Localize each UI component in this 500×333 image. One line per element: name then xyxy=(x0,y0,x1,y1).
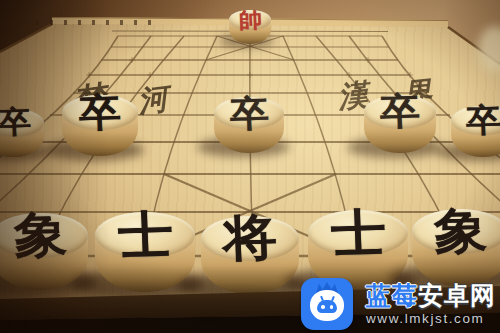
piece-black-soldier-file3[interactable]: 卒 xyxy=(62,95,138,156)
piece-character: 象 xyxy=(433,206,488,256)
xiangqi-photo: 楚 河 漢 界 帥卒卒卒卒卒象士将士象 蓝莓安卓网 www.lmkjst.com xyxy=(0,0,500,333)
piece-black-soldier-file9[interactable]: 卒 xyxy=(451,106,500,157)
piece-black-soldier-file7[interactable]: 卒 xyxy=(364,95,436,153)
piece-top-face: 士 xyxy=(308,210,408,256)
piece-character: 卒 xyxy=(229,95,269,132)
piece-top-face: 将 xyxy=(201,216,299,261)
piece-character: 士 xyxy=(117,209,174,261)
piece-character: 象 xyxy=(13,210,68,260)
piece-red-general[interactable]: 帥 xyxy=(229,10,271,44)
watermark-brand: 蓝莓安卓网 xyxy=(366,283,496,308)
piece-character: 卒 xyxy=(379,93,420,131)
watermark[interactable]: 蓝莓安卓网 www.lmkjst.com xyxy=(301,278,496,330)
piece-character: 将 xyxy=(222,213,278,264)
piece-black-elephant-right[interactable]: 象 xyxy=(412,209,500,286)
watermark-url[interactable]: www.lmkjst.com xyxy=(366,312,496,326)
piece-top-face: 士 xyxy=(95,212,195,258)
piece-character: 卒 xyxy=(0,107,31,138)
piece-character: 卒 xyxy=(465,104,500,137)
piece-character: 士 xyxy=(330,207,387,259)
brand-rest: 安卓网 xyxy=(418,281,496,309)
piece-character: 帥 xyxy=(238,9,262,31)
piece-top-face: 象 xyxy=(412,209,500,254)
piece-black-soldier-file1[interactable]: 卒 xyxy=(0,109,44,157)
brand-highlight: 蓝莓 xyxy=(366,281,418,309)
piece-character: 卒 xyxy=(78,93,121,133)
blueberry-android-badge-icon xyxy=(301,278,353,330)
piece-top-face: 卒 xyxy=(62,95,138,130)
piece-top-face: 象 xyxy=(0,213,88,258)
piece-black-soldier-file5[interactable]: 卒 xyxy=(214,97,284,153)
android-robot-icon xyxy=(317,300,337,313)
